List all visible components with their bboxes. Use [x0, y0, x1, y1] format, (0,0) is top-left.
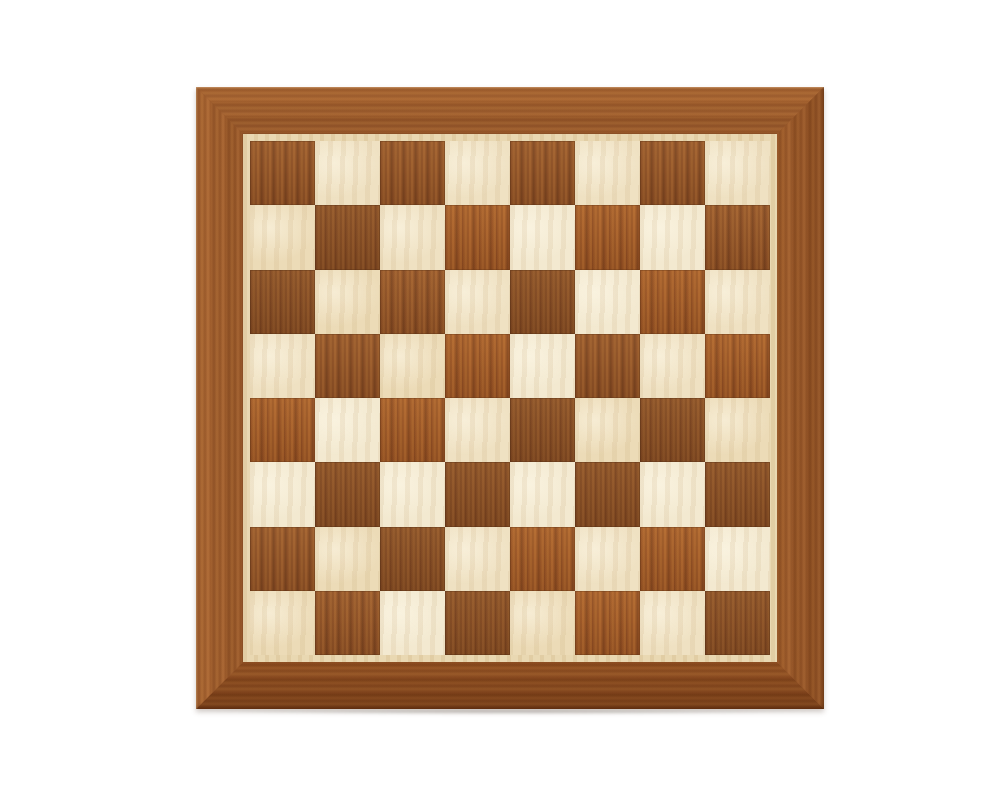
square-r1c2 — [380, 205, 445, 269]
square-r6c6 — [640, 527, 705, 591]
square-r7c3 — [445, 591, 510, 655]
board-inlay-border — [243, 134, 777, 662]
square-r0c4 — [510, 141, 575, 205]
square-r7c5 — [575, 591, 640, 655]
square-r4c1 — [315, 398, 380, 462]
square-r7c7 — [705, 591, 770, 655]
square-r0c7 — [705, 141, 770, 205]
chess-board — [196, 87, 824, 709]
square-r4c4 — [510, 398, 575, 462]
square-r1c4 — [510, 205, 575, 269]
square-r2c5 — [575, 270, 640, 334]
square-r5c3 — [445, 462, 510, 526]
square-r4c5 — [575, 398, 640, 462]
square-r2c6 — [640, 270, 705, 334]
square-r6c7 — [705, 527, 770, 591]
square-r5c4 — [510, 462, 575, 526]
square-r4c2 — [380, 398, 445, 462]
square-r2c0 — [250, 270, 315, 334]
square-r5c0 — [250, 462, 315, 526]
square-r5c2 — [380, 462, 445, 526]
square-r5c1 — [315, 462, 380, 526]
square-r4c6 — [640, 398, 705, 462]
square-r1c5 — [575, 205, 640, 269]
square-r2c2 — [380, 270, 445, 334]
square-r4c0 — [250, 398, 315, 462]
board-frame-top — [196, 87, 824, 134]
square-r7c4 — [510, 591, 575, 655]
board-frame-right — [777, 87, 824, 709]
square-r2c3 — [445, 270, 510, 334]
square-r2c4 — [510, 270, 575, 334]
square-r2c7 — [705, 270, 770, 334]
square-r0c1 — [315, 141, 380, 205]
square-r6c2 — [380, 527, 445, 591]
square-r3c1 — [315, 334, 380, 398]
board-grid — [250, 141, 770, 655]
square-r0c0 — [250, 141, 315, 205]
square-r4c7 — [705, 398, 770, 462]
square-r7c0 — [250, 591, 315, 655]
square-r7c2 — [380, 591, 445, 655]
square-r3c2 — [380, 334, 445, 398]
square-r7c1 — [315, 591, 380, 655]
square-r7c6 — [640, 591, 705, 655]
square-r0c5 — [575, 141, 640, 205]
square-r5c6 — [640, 462, 705, 526]
photo-background — [0, 0, 1000, 800]
square-r0c3 — [445, 141, 510, 205]
square-r1c6 — [640, 205, 705, 269]
square-r1c0 — [250, 205, 315, 269]
board-frame-bottom — [196, 662, 824, 709]
square-r3c5 — [575, 334, 640, 398]
square-r3c6 — [640, 334, 705, 398]
square-r6c1 — [315, 527, 380, 591]
square-r0c6 — [640, 141, 705, 205]
square-r3c0 — [250, 334, 315, 398]
square-r4c3 — [445, 398, 510, 462]
square-r6c0 — [250, 527, 315, 591]
square-r3c3 — [445, 334, 510, 398]
board-frame-left — [196, 87, 243, 709]
square-r0c2 — [380, 141, 445, 205]
square-r1c3 — [445, 205, 510, 269]
square-r2c1 — [315, 270, 380, 334]
square-r5c7 — [705, 462, 770, 526]
square-r6c4 — [510, 527, 575, 591]
square-r1c7 — [705, 205, 770, 269]
square-r5c5 — [575, 462, 640, 526]
square-r3c7 — [705, 334, 770, 398]
square-r6c5 — [575, 527, 640, 591]
square-r6c3 — [445, 527, 510, 591]
board-drop-shadow — [200, 710, 822, 715]
square-r3c4 — [510, 334, 575, 398]
square-r1c1 — [315, 205, 380, 269]
